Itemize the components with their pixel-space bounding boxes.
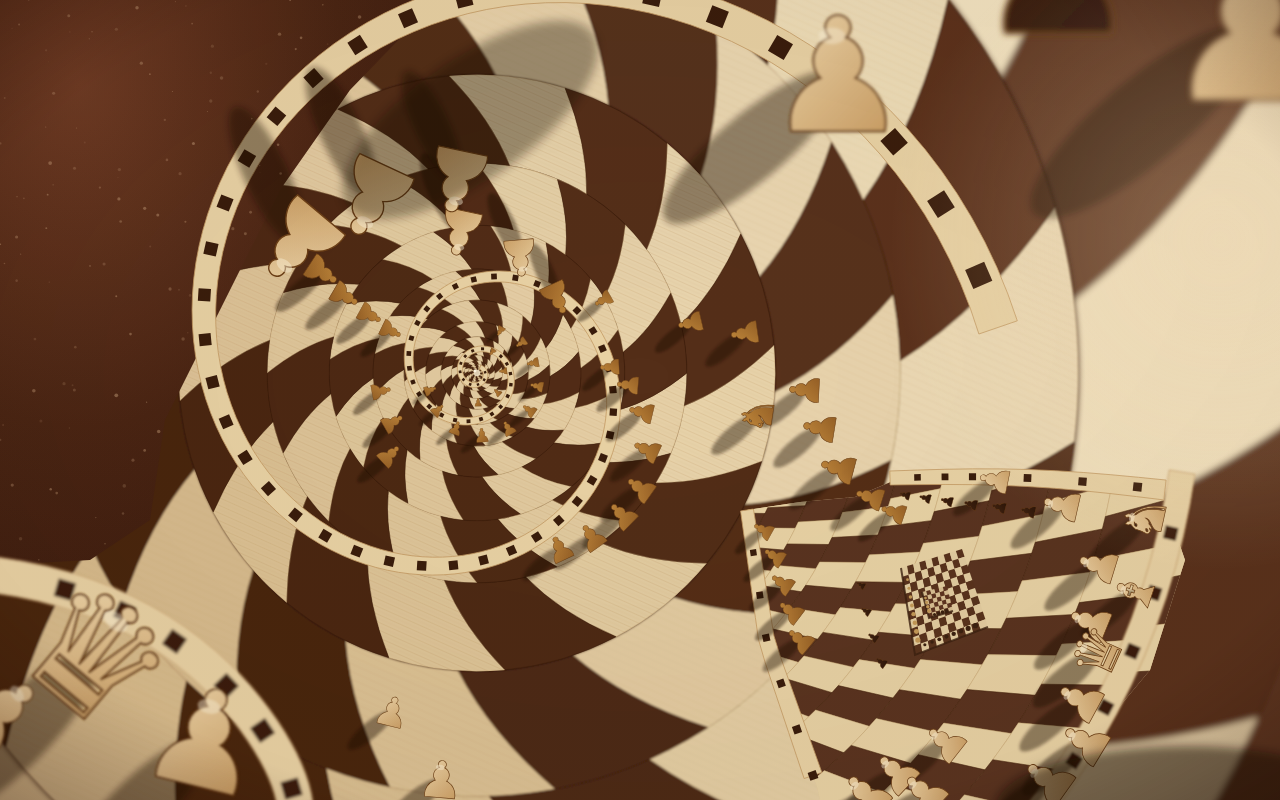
spiral-chessboard-photo: ♟♟♟♟♟♟♟♟♟♟♟♟♟♟♟♟♟♟♟♟♟♟♟♟♟♟♟♟♟♟♟♟♟♟♟♟♟♟♟♟… (0, 0, 1280, 800)
droste-chessboard-artwork: ♟♟♟♟♟♟♟♟♟♟♟♟♟♟♟♟♟♟♟♟♟♟♟♟♟♟♟♟♟♟♟♟♟♟♟♟♟♟♟♟… (0, 0, 1280, 800)
lighting-overlays (0, 0, 1280, 800)
